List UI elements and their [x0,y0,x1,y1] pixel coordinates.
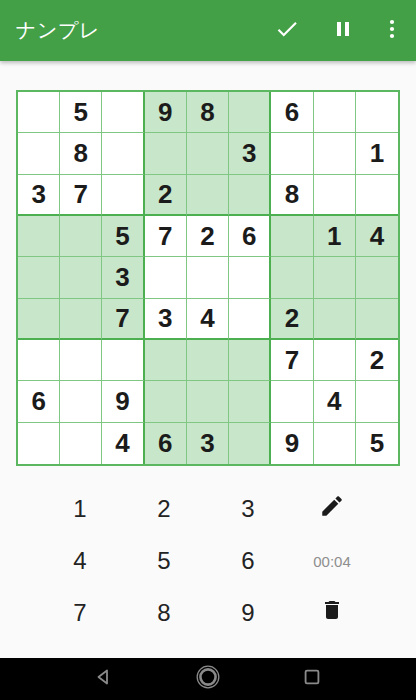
cell-r1c1[interactable] [18,92,60,133]
cell-r6c6[interactable] [229,299,271,340]
cell-r1c9[interactable] [356,92,398,133]
overflow-menu-button[interactable] [372,11,412,51]
cell-r2c3[interactable] [102,133,144,174]
cell-r3c8[interactable] [314,175,356,216]
check-button[interactable] [267,11,307,51]
numpad-4[interactable]: 4 [38,535,122,587]
cell-r3c4[interactable]: 2 [145,175,187,216]
cell-r7c6[interactable] [229,340,271,381]
cell-r8c3[interactable]: 9 [102,381,144,422]
cell-r7c9[interactable]: 2 [356,340,398,381]
cell-r5c7[interactable] [271,257,313,298]
numpad-3[interactable]: 3 [206,483,290,535]
cell-r5c1[interactable] [18,257,60,298]
cell-r3c6[interactable] [229,175,271,216]
cell-r6c5[interactable]: 4 [187,299,229,340]
cell-r6c8[interactable] [314,299,356,340]
cell-r9c5[interactable]: 3 [187,423,229,464]
cell-r4c6[interactable]: 6 [229,216,271,257]
cell-r4c4[interactable]: 7 [145,216,187,257]
cell-r3c7[interactable]: 8 [271,175,313,216]
cell-r7c2[interactable] [60,340,102,381]
cell-r8c2[interactable] [60,381,102,422]
cell-r6c4[interactable]: 3 [145,299,187,340]
cell-r1c6[interactable] [229,92,271,133]
pause-icon [331,17,355,45]
back-icon [92,665,116,693]
cell-r4c8[interactable]: 1 [314,216,356,257]
cell-r3c1[interactable]: 3 [18,175,60,216]
cell-r5c5[interactable] [187,257,229,298]
cell-r9c3[interactable]: 4 [102,423,144,464]
cell-r3c3[interactable] [102,175,144,216]
number-pad: 1 2 3 4 5 6 00:04 7 8 9 [38,483,374,639]
cell-r8c7[interactable] [271,381,313,422]
trash-icon [320,598,344,628]
cell-r5c9[interactable] [356,257,398,298]
cell-r8c8[interactable]: 4 [314,381,356,422]
cell-r8c9[interactable] [356,381,398,422]
cell-r2c4[interactable] [145,133,187,174]
numpad-1[interactable]: 1 [38,483,122,535]
cell-r2c2[interactable]: 8 [60,133,102,174]
pause-button[interactable] [323,11,363,51]
cell-r6c1[interactable] [18,299,60,340]
numpad-7[interactable]: 7 [38,587,122,639]
app-title: ナンプレ [0,17,100,44]
cell-r8c1[interactable]: 6 [18,381,60,422]
cell-r8c6[interactable] [229,381,271,422]
cell-r9c6[interactable] [229,423,271,464]
timer: 00:04 [290,535,374,587]
app-bar: ナンプレ [0,0,416,61]
cell-r1c2[interactable]: 5 [60,92,102,133]
check-icon [274,16,300,46]
cell-r2c1[interactable] [18,133,60,174]
cell-r4c9[interactable]: 4 [356,216,398,257]
cell-r4c5[interactable]: 2 [187,216,229,257]
cell-r5c4[interactable] [145,257,187,298]
sudoku-board: 59868313728572614373427269446395 [16,90,400,466]
cell-r7c5[interactable] [187,340,229,381]
cell-r2c8[interactable] [314,133,356,174]
numpad-6[interactable]: 6 [206,535,290,587]
cell-r3c5[interactable] [187,175,229,216]
cell-r4c7[interactable] [271,216,313,257]
recents-button[interactable] [300,667,324,691]
overflow-menu-icon [380,17,404,45]
cell-r9c9[interactable]: 5 [356,423,398,464]
home-icon [195,664,221,694]
cell-r7c7[interactable]: 7 [271,340,313,381]
cell-r3c9[interactable] [356,175,398,216]
cell-r2c7[interactable] [271,133,313,174]
recents-icon [301,666,323,692]
cell-r5c2[interactable] [60,257,102,298]
cell-r4c2[interactable] [60,216,102,257]
cell-r2c6[interactable]: 3 [229,133,271,174]
cell-r7c1[interactable] [18,340,60,381]
cell-r4c3[interactable]: 5 [102,216,144,257]
cell-r6c7[interactable]: 2 [271,299,313,340]
cell-r7c4[interactable] [145,340,187,381]
cell-r5c6[interactable] [229,257,271,298]
numpad-5[interactable]: 5 [122,535,206,587]
cell-r1c7[interactable]: 6 [271,92,313,133]
cell-r9c7[interactable]: 9 [271,423,313,464]
cell-r2c5[interactable] [187,133,229,174]
numpad-8[interactable]: 8 [122,587,206,639]
cell-r1c8[interactable] [314,92,356,133]
cell-r4c1[interactable] [18,216,60,257]
cell-r1c4[interactable]: 9 [145,92,187,133]
cell-r9c8[interactable] [314,423,356,464]
pencil-button[interactable] [290,483,374,535]
cell-r3c2[interactable]: 7 [60,175,102,216]
cell-r5c8[interactable] [314,257,356,298]
cell-r7c8[interactable] [314,340,356,381]
numpad-2[interactable]: 2 [122,483,206,535]
cell-r5c3[interactable]: 3 [102,257,144,298]
pencil-icon [319,493,345,525]
home-button[interactable] [196,667,220,691]
cell-r9c1[interactable] [18,423,60,464]
cell-r8c5[interactable] [187,381,229,422]
android-nav-bar [0,658,416,700]
trash-button[interactable] [290,587,374,639]
cell-r7c3[interactable] [102,340,144,381]
back-button[interactable] [92,667,116,691]
cell-r6c9[interactable] [356,299,398,340]
numpad-9[interactable]: 9 [206,587,290,639]
cell-r1c5[interactable]: 8 [187,92,229,133]
cell-r8c4[interactable] [145,381,187,422]
cell-r9c4[interactable]: 6 [145,423,187,464]
cell-r1c3[interactable] [102,92,144,133]
cell-r6c3[interactable]: 7 [102,299,144,340]
cell-r9c2[interactable] [60,423,102,464]
cell-r2c9[interactable]: 1 [356,133,398,174]
cell-r6c2[interactable] [60,299,102,340]
